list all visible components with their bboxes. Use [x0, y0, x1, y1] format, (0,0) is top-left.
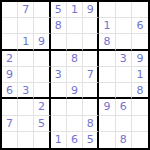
cell-r3c8[interactable] [116, 34, 132, 50]
cell-r5c1[interactable]: 9 [2, 67, 18, 83]
cell-r9c4[interactable]: 1 [51, 132, 67, 148]
cell-r4c2[interactable] [18, 51, 34, 67]
cell-r8c8[interactable] [116, 116, 132, 132]
cell-r8c4[interactable] [51, 116, 67, 132]
cell-r2c5[interactable] [67, 18, 83, 34]
cell-r1c6[interactable]: 9 [83, 2, 99, 18]
cell-r7c5[interactable] [67, 99, 83, 115]
cell-r8c6[interactable]: 8 [83, 116, 99, 132]
cell-r2c2[interactable] [18, 18, 34, 34]
cell-r8c3[interactable]: 5 [34, 116, 50, 132]
cell-r2c3[interactable] [34, 18, 50, 34]
cell-r7c8[interactable]: 6 [116, 99, 132, 115]
cell-r3c1[interactable] [2, 34, 18, 50]
cell-r8c1[interactable]: 7 [2, 116, 18, 132]
cell-r1c2[interactable]: 7 [18, 2, 34, 18]
cell-r6c6[interactable] [83, 83, 99, 99]
cell-r8c9[interactable] [132, 116, 148, 132]
cell-r2c4[interactable]: 8 [51, 18, 67, 34]
cell-r9c2[interactable] [18, 132, 34, 148]
cell-r3c7[interactable]: 8 [99, 34, 115, 50]
cell-r7c6[interactable] [83, 99, 99, 115]
cell-r1c7[interactable] [99, 2, 115, 18]
sudoku-board: 75198161982839937163982967581658 [0, 0, 150, 150]
cell-r1c3[interactable] [34, 2, 50, 18]
cell-r7c7[interactable]: 9 [99, 99, 115, 115]
cell-r7c3[interactable]: 2 [34, 99, 50, 115]
cell-r6c4[interactable] [51, 83, 67, 99]
cell-r6c2[interactable]: 3 [18, 83, 34, 99]
cell-r5c8[interactable] [116, 67, 132, 83]
cell-r5c2[interactable] [18, 67, 34, 83]
cell-r5c9[interactable]: 1 [132, 67, 148, 83]
cell-r6c5[interactable]: 9 [67, 83, 83, 99]
cell-r5c5[interactable] [67, 67, 83, 83]
cell-r1c8[interactable] [116, 2, 132, 18]
cell-r7c1[interactable] [2, 99, 18, 115]
cell-r4c3[interactable] [34, 51, 50, 67]
cell-r3c3[interactable]: 9 [34, 34, 50, 50]
cell-r7c9[interactable] [132, 99, 148, 115]
cell-r1c4[interactable]: 5 [51, 2, 67, 18]
cell-r6c1[interactable]: 6 [2, 83, 18, 99]
cell-r5c3[interactable] [34, 67, 50, 83]
cell-r3c4[interactable] [51, 34, 67, 50]
cell-r4c1[interactable]: 2 [2, 51, 18, 67]
cell-r8c2[interactable] [18, 116, 34, 132]
cell-r4c4[interactable] [51, 51, 67, 67]
cell-r9c3[interactable] [34, 132, 50, 148]
cell-r6c7[interactable] [99, 83, 115, 99]
cell-r4c9[interactable]: 9 [132, 51, 148, 67]
cell-r3c5[interactable] [67, 34, 83, 50]
cell-r7c2[interactable] [18, 99, 34, 115]
cell-r9c9[interactable] [132, 132, 148, 148]
cell-r1c1[interactable] [2, 2, 18, 18]
cell-r4c7[interactable] [99, 51, 115, 67]
cell-r5c7[interactable] [99, 67, 115, 83]
cell-r7c4[interactable] [51, 99, 67, 115]
cell-r4c5[interactable]: 8 [67, 51, 83, 67]
cell-r9c5[interactable]: 6 [67, 132, 83, 148]
cell-r2c1[interactable] [2, 18, 18, 34]
cell-r9c8[interactable]: 8 [116, 132, 132, 148]
cell-r3c6[interactable] [83, 34, 99, 50]
cell-r4c6[interactable] [83, 51, 99, 67]
cell-r4c8[interactable]: 3 [116, 51, 132, 67]
cell-r6c8[interactable] [116, 83, 132, 99]
cell-r2c9[interactable]: 6 [132, 18, 148, 34]
cell-r8c7[interactable] [99, 116, 115, 132]
cell-r8c5[interactable] [67, 116, 83, 132]
cell-r1c9[interactable] [132, 2, 148, 18]
cell-r5c6[interactable]: 7 [83, 67, 99, 83]
cell-r2c7[interactable]: 1 [99, 18, 115, 34]
cell-r5c4[interactable]: 3 [51, 67, 67, 83]
cell-r9c6[interactable]: 5 [83, 132, 99, 148]
cell-r9c1[interactable] [2, 132, 18, 148]
cell-r6c9[interactable]: 8 [132, 83, 148, 99]
cell-r3c9[interactable] [132, 34, 148, 50]
cell-r6c3[interactable] [34, 83, 50, 99]
cell-r2c8[interactable] [116, 18, 132, 34]
cell-r2c6[interactable] [83, 18, 99, 34]
cell-r9c7[interactable] [99, 132, 115, 148]
cell-r1c5[interactable]: 1 [67, 2, 83, 18]
cell-r3c2[interactable]: 1 [18, 34, 34, 50]
